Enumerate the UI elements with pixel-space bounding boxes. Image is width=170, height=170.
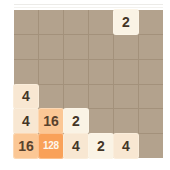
cell-r5c3: 2 [64, 109, 88, 133]
cell-r3c6 [139, 60, 163, 84]
cell-r6c4: 2 [89, 134, 113, 158]
cell-r4c1: 4 [14, 85, 38, 109]
cell-r2c1 [14, 35, 38, 59]
tile-2: 2 [88, 133, 114, 159]
cell-r2c4 [89, 35, 113, 59]
cropped-ui-artifact-line [14, 4, 163, 5]
cell-r3c1 [14, 60, 38, 84]
tile-4: 4 [13, 84, 39, 110]
cell-r4c6 [139, 85, 163, 109]
cell-r6c1: 16 [14, 134, 38, 158]
cell-r6c3: 4 [64, 134, 88, 158]
tile-2: 2 [63, 108, 89, 134]
cell-r2c6 [139, 35, 163, 59]
cell-r5c2: 16 [39, 109, 63, 133]
cell-r4c4 [89, 85, 113, 109]
cell-r4c3 [64, 85, 88, 109]
tile-4: 4 [13, 108, 39, 134]
cell-r3c3 [64, 60, 88, 84]
tile-4: 4 [113, 133, 139, 159]
cell-r5c1: 4 [14, 109, 38, 133]
cell-r4c2 [39, 85, 63, 109]
cell-r6c2: 128 [39, 134, 63, 158]
cell-r5c4 [89, 109, 113, 133]
cell-r4c5 [114, 85, 138, 109]
cell-r1c3 [64, 10, 88, 34]
cell-r2c2 [39, 35, 63, 59]
cell-r5c6 [139, 109, 163, 133]
cell-r1c4 [89, 10, 113, 34]
tile-16: 16 [13, 133, 39, 159]
cell-r3c2 [39, 60, 63, 84]
cell-r1c1 [14, 10, 38, 34]
cell-r5c5 [114, 109, 138, 133]
cell-r1c6 [139, 10, 163, 34]
cell-r1c5: 2 [114, 10, 138, 34]
tile-16: 16 [38, 108, 64, 134]
tile-2: 2 [113, 9, 139, 35]
cell-r2c3 [64, 35, 88, 59]
cell-r3c5 [114, 60, 138, 84]
game-board-2048[interactable]: 24416216128424 [14, 10, 163, 158]
cropped-ui-artifact-line [14, 7, 163, 8]
tile-128: 128 [38, 133, 64, 159]
cell-r3c4 [89, 60, 113, 84]
cell-r2c5 [114, 35, 138, 59]
cell-r1c2 [39, 10, 63, 34]
cell-r6c5: 4 [114, 134, 138, 158]
cell-r6c6 [139, 134, 163, 158]
tile-4: 4 [63, 133, 89, 159]
